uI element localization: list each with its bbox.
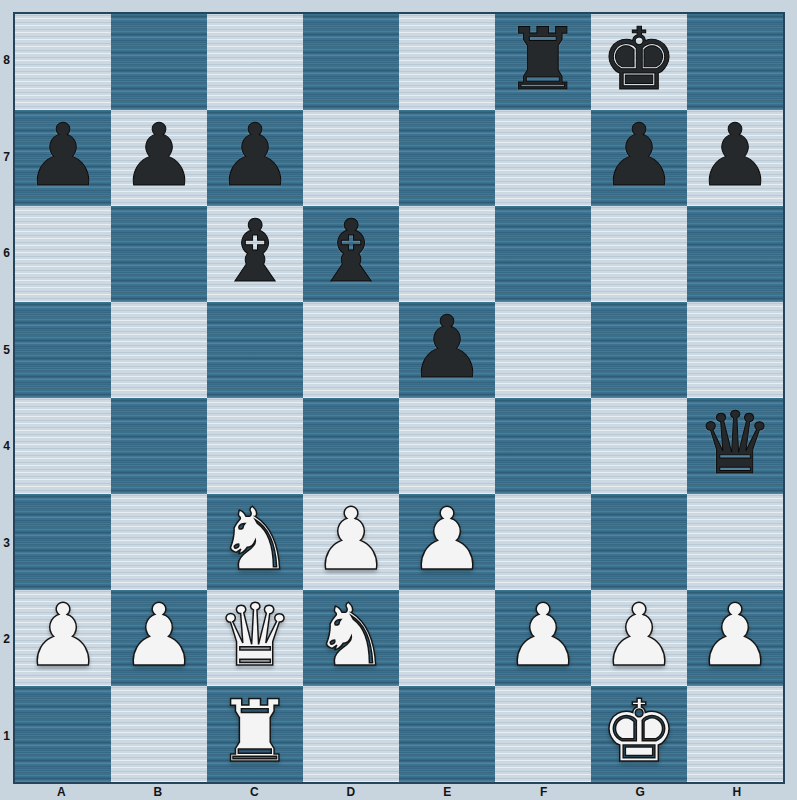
- piece-black-rook[interactable]: ♜: [504, 14, 581, 107]
- square-g5[interactable]: [591, 302, 687, 398]
- piece-black-pawn[interactable]: ♟: [120, 110, 197, 203]
- square-c2[interactable]: ♛: [207, 590, 303, 686]
- square-a6[interactable]: [15, 206, 111, 302]
- square-a8[interactable]: [15, 14, 111, 110]
- piece-white-pawn[interactable]: ♟: [600, 590, 677, 683]
- rank-label-2: 2: [0, 591, 13, 688]
- square-f8[interactable]: ♜: [495, 14, 591, 110]
- square-d6[interactable]: ♝: [303, 206, 399, 302]
- square-f7[interactable]: [495, 110, 591, 206]
- square-e8[interactable]: [399, 14, 495, 110]
- square-c8[interactable]: [207, 14, 303, 110]
- piece-black-bishop[interactable]: ♝: [216, 206, 293, 299]
- square-c7[interactable]: ♟: [207, 110, 303, 206]
- piece-black-pawn[interactable]: ♟: [696, 110, 773, 203]
- file-label-e: E: [399, 784, 496, 800]
- file-label-c: C: [206, 784, 303, 800]
- square-d3[interactable]: ♟: [303, 494, 399, 590]
- piece-black-pawn[interactable]: ♟: [600, 110, 677, 203]
- piece-black-pawn[interactable]: ♟: [216, 110, 293, 203]
- square-h4[interactable]: ♛: [687, 398, 783, 494]
- square-b5[interactable]: [111, 302, 207, 398]
- piece-white-rook[interactable]: ♜: [216, 686, 293, 779]
- square-g2[interactable]: ♟: [591, 590, 687, 686]
- piece-white-pawn[interactable]: ♟: [24, 590, 101, 683]
- square-g6[interactable]: [591, 206, 687, 302]
- rank-label-1: 1: [0, 688, 13, 785]
- rank-label-7: 7: [0, 109, 13, 206]
- chess-board-page: 8 7 6 5 4 3 2 1 ♜♚♟♟♟♟♟♝♝♟♛♞♟♟♟♟♛♞♟♟♟♜♚ …: [0, 0, 797, 800]
- square-b7[interactable]: ♟: [111, 110, 207, 206]
- piece-black-pawn[interactable]: ♟: [24, 110, 101, 203]
- square-f6[interactable]: [495, 206, 591, 302]
- square-h1[interactable]: [687, 686, 783, 782]
- square-g1[interactable]: ♚: [591, 686, 687, 782]
- piece-black-pawn[interactable]: ♟: [408, 302, 485, 395]
- piece-white-pawn[interactable]: ♟: [504, 590, 581, 683]
- rank-label-8: 8: [0, 12, 13, 109]
- square-g7[interactable]: ♟: [591, 110, 687, 206]
- square-g4[interactable]: [591, 398, 687, 494]
- square-a1[interactable]: [15, 686, 111, 782]
- square-f2[interactable]: ♟: [495, 590, 591, 686]
- square-b2[interactable]: ♟: [111, 590, 207, 686]
- square-b6[interactable]: [111, 206, 207, 302]
- square-b4[interactable]: [111, 398, 207, 494]
- square-f3[interactable]: [495, 494, 591, 590]
- square-c5[interactable]: [207, 302, 303, 398]
- piece-white-pawn[interactable]: ♟: [696, 590, 773, 683]
- square-b8[interactable]: [111, 14, 207, 110]
- file-labels: A B C D E F G H: [13, 784, 785, 800]
- rank-label-6: 6: [0, 205, 13, 302]
- square-d7[interactable]: [303, 110, 399, 206]
- piece-black-bishop[interactable]: ♝: [312, 206, 389, 299]
- square-e4[interactable]: [399, 398, 495, 494]
- rank-label-4: 4: [0, 398, 13, 495]
- piece-black-king[interactable]: ♚: [600, 14, 677, 107]
- square-f5[interactable]: [495, 302, 591, 398]
- square-e1[interactable]: [399, 686, 495, 782]
- piece-white-knight[interactable]: ♞: [312, 590, 389, 683]
- square-g8[interactable]: ♚: [591, 14, 687, 110]
- square-a5[interactable]: [15, 302, 111, 398]
- file-label-g: G: [592, 784, 689, 800]
- square-d4[interactable]: [303, 398, 399, 494]
- square-c3[interactable]: ♞: [207, 494, 303, 590]
- square-c4[interactable]: [207, 398, 303, 494]
- square-c1[interactable]: ♜: [207, 686, 303, 782]
- square-e5[interactable]: ♟: [399, 302, 495, 398]
- file-label-b: B: [110, 784, 207, 800]
- square-h6[interactable]: [687, 206, 783, 302]
- square-a2[interactable]: ♟: [15, 590, 111, 686]
- square-a3[interactable]: [15, 494, 111, 590]
- square-h5[interactable]: [687, 302, 783, 398]
- piece-white-pawn[interactable]: ♟: [120, 590, 197, 683]
- square-c6[interactable]: ♝: [207, 206, 303, 302]
- square-d2[interactable]: ♞: [303, 590, 399, 686]
- square-e3[interactable]: ♟: [399, 494, 495, 590]
- rank-labels: 8 7 6 5 4 3 2 1: [0, 12, 13, 784]
- square-e7[interactable]: [399, 110, 495, 206]
- file-label-a: A: [13, 784, 110, 800]
- square-b1[interactable]: [111, 686, 207, 782]
- square-h2[interactable]: ♟: [687, 590, 783, 686]
- square-d5[interactable]: [303, 302, 399, 398]
- square-f1[interactable]: [495, 686, 591, 782]
- square-h8[interactable]: [687, 14, 783, 110]
- piece-white-pawn[interactable]: ♟: [312, 494, 389, 587]
- square-h7[interactable]: ♟: [687, 110, 783, 206]
- rank-label-3: 3: [0, 495, 13, 592]
- square-f4[interactable]: [495, 398, 591, 494]
- chess-board[interactable]: ♜♚♟♟♟♟♟♝♝♟♛♞♟♟♟♟♛♞♟♟♟♜♚: [13, 12, 785, 784]
- square-d1[interactable]: [303, 686, 399, 782]
- piece-white-king[interactable]: ♚: [600, 686, 677, 779]
- file-label-h: H: [689, 784, 786, 800]
- square-g3[interactable]: [591, 494, 687, 590]
- square-a4[interactable]: [15, 398, 111, 494]
- piece-white-queen[interactable]: ♛: [216, 590, 293, 683]
- file-label-d: D: [303, 784, 400, 800]
- square-a7[interactable]: ♟: [15, 110, 111, 206]
- square-d8[interactable]: [303, 14, 399, 110]
- file-label-f: F: [496, 784, 593, 800]
- rank-label-5: 5: [0, 302, 13, 399]
- piece-white-knight[interactable]: ♞: [216, 494, 293, 587]
- square-b3[interactable]: [111, 494, 207, 590]
- square-h3[interactable]: [687, 494, 783, 590]
- piece-white-pawn[interactable]: ♟: [408, 494, 485, 587]
- square-e2[interactable]: [399, 590, 495, 686]
- piece-black-queen[interactable]: ♛: [696, 398, 773, 491]
- square-e6[interactable]: [399, 206, 495, 302]
